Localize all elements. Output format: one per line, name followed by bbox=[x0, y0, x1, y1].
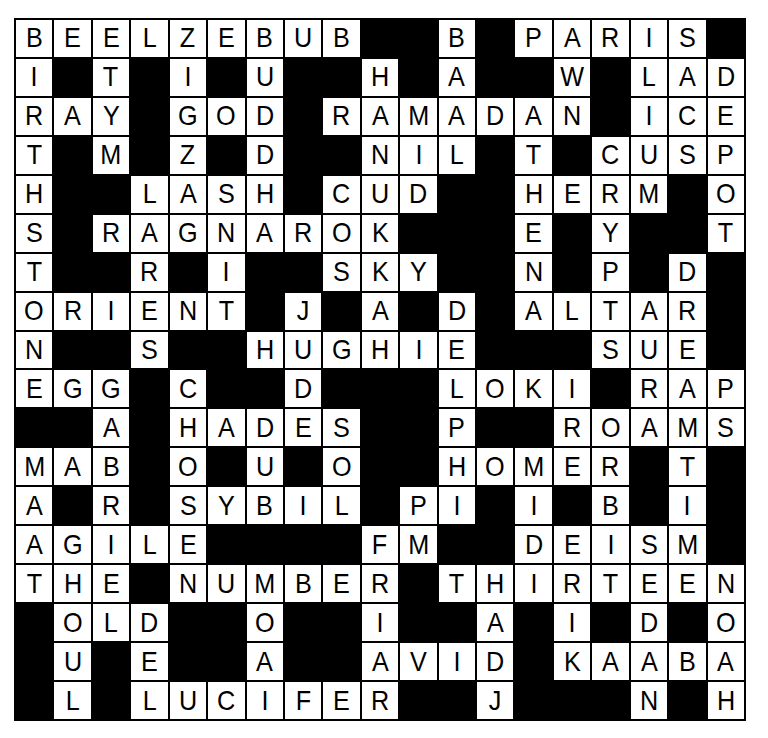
cell-r13c3[interactable]: R bbox=[93, 487, 129, 524]
cell-r3c9[interactable]: R bbox=[323, 98, 359, 135]
black-cell-r18c11 bbox=[400, 682, 436, 719]
cell-r10c2[interactable]: G bbox=[54, 370, 90, 407]
cell-r11c15[interactable]: R bbox=[554, 409, 590, 446]
cell-r2c3[interactable]: T bbox=[93, 59, 129, 96]
black-cell-r4c9 bbox=[323, 137, 359, 174]
cell-letter: E bbox=[641, 570, 658, 598]
cell-r12c12[interactable]: H bbox=[439, 448, 475, 485]
cell-r14c5[interactable]: E bbox=[170, 526, 206, 563]
cell-r17c2[interactable]: U bbox=[54, 643, 90, 680]
cell-r13c12[interactable]: I bbox=[439, 487, 475, 524]
cell-r3c1[interactable]: R bbox=[16, 98, 52, 135]
cell-r3c11[interactable]: M bbox=[400, 98, 436, 135]
cell-r7c11[interactable]: Y bbox=[400, 254, 436, 291]
cell-r17c7[interactable]: A bbox=[247, 643, 283, 680]
cell-r14c15[interactable]: E bbox=[554, 526, 590, 563]
cell-letter: B bbox=[103, 453, 120, 481]
black-cell-r2c14 bbox=[515, 59, 551, 96]
cell-r3c17[interactable]: I bbox=[631, 98, 667, 135]
cell-r12c1[interactable]: M bbox=[16, 448, 52, 485]
cell-r18c4[interactable]: L bbox=[131, 682, 167, 719]
cell-r8c6[interactable]: T bbox=[208, 293, 244, 330]
cell-r4c11[interactable]: I bbox=[400, 137, 436, 174]
cell-r3c12[interactable]: A bbox=[439, 98, 475, 135]
black-cell-r3c16 bbox=[592, 98, 628, 135]
black-cell-r7c19 bbox=[708, 254, 744, 291]
cell-letter: C bbox=[332, 180, 350, 208]
cell-r16c13[interactable]: A bbox=[477, 604, 513, 641]
cell-r13c18[interactable]: I bbox=[669, 487, 705, 524]
black-cell-r2c4 bbox=[131, 59, 167, 96]
black-cell-r11c10 bbox=[362, 409, 398, 446]
cell-r5c11[interactable]: D bbox=[400, 176, 436, 213]
cell-letter: O bbox=[216, 102, 236, 130]
cell-r6c5[interactable]: G bbox=[170, 215, 206, 252]
cell-r4c18[interactable]: S bbox=[669, 137, 705, 174]
cell-r16c19[interactable]: O bbox=[708, 604, 744, 641]
cell-letter: E bbox=[564, 531, 581, 559]
black-cell-r9c19 bbox=[708, 332, 744, 369]
cell-r6c16[interactable]: Y bbox=[592, 215, 628, 252]
cell-r13c7[interactable]: B bbox=[247, 487, 283, 524]
cell-r11c12[interactable]: P bbox=[439, 409, 475, 446]
cell-r13c16[interactable]: B bbox=[592, 487, 628, 524]
cell-r15c10[interactable]: R bbox=[362, 565, 398, 602]
cell-r10c18[interactable]: A bbox=[669, 370, 705, 407]
cell-r18c9[interactable]: E bbox=[323, 682, 359, 719]
cell-r10c14[interactable]: K bbox=[515, 370, 551, 407]
cell-letter: I bbox=[376, 609, 383, 637]
cell-r11c3[interactable]: A bbox=[93, 409, 129, 446]
cell-r6c1[interactable]: S bbox=[16, 215, 52, 252]
cell-r5c6[interactable]: S bbox=[208, 176, 244, 213]
cell-r1c15[interactable]: A bbox=[554, 20, 590, 57]
cell-r15c15[interactable]: R bbox=[554, 565, 590, 602]
cell-r7c9[interactable]: S bbox=[323, 254, 359, 291]
cell-r18c2[interactable]: L bbox=[54, 682, 90, 719]
cell-r1c16[interactable]: R bbox=[592, 20, 628, 57]
cell-r17c12[interactable]: I bbox=[439, 643, 475, 680]
black-cell-r6c17 bbox=[631, 215, 667, 252]
cell-r17c16[interactable]: A bbox=[592, 643, 628, 680]
cell-letter: E bbox=[564, 453, 581, 481]
cell-r2c19[interactable]: D bbox=[708, 59, 744, 96]
cell-r12c16[interactable]: R bbox=[592, 448, 628, 485]
black-cell-r14c19 bbox=[708, 526, 744, 563]
black-cell-r17c6 bbox=[208, 643, 244, 680]
cell-r1c8[interactable]: U bbox=[285, 20, 321, 57]
cell-r5c15[interactable]: E bbox=[554, 176, 590, 213]
cell-r14c18[interactable]: M bbox=[669, 526, 705, 563]
cell-r8c2[interactable]: R bbox=[54, 293, 90, 330]
cell-r2c12[interactable]: A bbox=[439, 59, 475, 96]
cell-r8c16[interactable]: T bbox=[592, 293, 628, 330]
cell-r13c9[interactable]: L bbox=[323, 487, 359, 524]
cell-r18c10[interactable]: R bbox=[362, 682, 398, 719]
black-cell-r16c12 bbox=[439, 604, 475, 641]
cell-r9c8[interactable]: U bbox=[285, 332, 321, 369]
cell-letter: S bbox=[26, 219, 43, 247]
cell-r18c17[interactable]: N bbox=[631, 682, 667, 719]
cell-r11c7[interactable]: D bbox=[247, 409, 283, 446]
cell-letter: L bbox=[142, 687, 156, 715]
cell-letter: S bbox=[141, 336, 158, 364]
cell-r10c12[interactable]: L bbox=[439, 370, 475, 407]
cell-letter: I bbox=[108, 531, 115, 559]
cell-r17c4[interactable]: E bbox=[131, 643, 167, 680]
cell-r7c16[interactable]: P bbox=[592, 254, 628, 291]
black-cell-r17c9 bbox=[323, 643, 359, 680]
cell-letter: O bbox=[485, 453, 505, 481]
cell-letter: H bbox=[256, 180, 274, 208]
cell-r6c6[interactable]: N bbox=[208, 215, 244, 252]
cell-r1c9[interactable]: B bbox=[323, 20, 359, 57]
black-cell-r13c19 bbox=[708, 487, 744, 524]
cell-r4c12[interactable]: L bbox=[439, 137, 475, 174]
cell-r3c5[interactable]: G bbox=[170, 98, 206, 135]
cell-letter: G bbox=[101, 375, 121, 403]
cell-r14c11[interactable]: M bbox=[400, 526, 436, 563]
cell-r2c18[interactable]: A bbox=[669, 59, 705, 96]
cell-letter: B bbox=[256, 24, 273, 52]
cell-letter: Z bbox=[180, 24, 195, 52]
cell-r9c7[interactable]: H bbox=[247, 332, 283, 369]
cell-r15c14[interactable]: I bbox=[515, 565, 551, 602]
cell-r3c15[interactable]: N bbox=[554, 98, 590, 135]
cell-r17c13[interactable]: D bbox=[477, 643, 513, 680]
cell-r4c19[interactable]: P bbox=[708, 137, 744, 174]
cell-r16c3[interactable]: L bbox=[93, 604, 129, 641]
cell-r3c19[interactable]: E bbox=[708, 98, 744, 135]
cell-r3c18[interactable]: C bbox=[669, 98, 705, 135]
cell-r13c11[interactable]: P bbox=[400, 487, 436, 524]
cell-r9c9[interactable]: G bbox=[323, 332, 359, 369]
black-cell-r14c7 bbox=[247, 526, 283, 563]
cell-r3c3[interactable]: Y bbox=[93, 98, 129, 135]
cell-r11c5[interactable]: H bbox=[170, 409, 206, 446]
cell-r1c18[interactable]: S bbox=[669, 20, 705, 57]
cell-r5c4[interactable]: L bbox=[131, 176, 167, 213]
cell-r9c11[interactable]: I bbox=[400, 332, 436, 369]
cell-r6c19[interactable]: T bbox=[708, 215, 744, 252]
cell-r4c1[interactable]: T bbox=[16, 137, 52, 174]
cell-r10c13[interactable]: O bbox=[477, 370, 513, 407]
cell-r2c1[interactable]: I bbox=[16, 59, 52, 96]
cell-r5c7[interactable]: H bbox=[247, 176, 283, 213]
cell-r8c12[interactable]: D bbox=[439, 293, 475, 330]
cell-r8c1[interactable]: O bbox=[16, 293, 52, 330]
black-cell-r9c14 bbox=[515, 332, 551, 369]
cell-r11c9[interactable]: S bbox=[323, 409, 359, 446]
cell-r5c16[interactable]: R bbox=[592, 176, 628, 213]
cell-r11c16[interactable]: O bbox=[592, 409, 628, 446]
cell-letter: N bbox=[179, 297, 197, 325]
cell-r10c3[interactable]: G bbox=[93, 370, 129, 407]
cell-r8c5[interactable]: N bbox=[170, 293, 206, 330]
cell-r14c14[interactable]: D bbox=[515, 526, 551, 563]
cell-r13c1[interactable]: A bbox=[16, 487, 52, 524]
cell-r8c10[interactable]: A bbox=[362, 293, 398, 330]
cell-r8c8[interactable]: J bbox=[285, 293, 321, 330]
cell-r18c19[interactable]: H bbox=[708, 682, 744, 719]
cell-r8c18[interactable]: R bbox=[669, 293, 705, 330]
cell-r10c17[interactable]: R bbox=[631, 370, 667, 407]
cell-letter: T bbox=[603, 297, 618, 325]
cell-r15c1[interactable]: T bbox=[16, 565, 52, 602]
cell-r14c16[interactable]: I bbox=[592, 526, 628, 563]
cell-r5c9[interactable]: C bbox=[323, 176, 359, 213]
cell-r16c2[interactable]: O bbox=[54, 604, 90, 641]
cell-r1c5[interactable]: Z bbox=[170, 20, 206, 57]
cell-r11c8[interactable]: E bbox=[285, 409, 321, 446]
cell-r6c7[interactable]: A bbox=[247, 215, 283, 252]
cell-r6c4[interactable]: A bbox=[131, 215, 167, 252]
cell-r13c14[interactable]: I bbox=[515, 487, 551, 524]
cell-r11c18[interactable]: M bbox=[669, 409, 705, 446]
cell-letter: E bbox=[26, 375, 43, 403]
cell-letter: E bbox=[679, 570, 696, 598]
cell-r17c18[interactable]: B bbox=[669, 643, 705, 680]
cell-letter: O bbox=[485, 375, 505, 403]
cell-r1c17[interactable]: I bbox=[631, 20, 667, 57]
cell-r17c11[interactable]: V bbox=[400, 643, 436, 680]
cell-r3c2[interactable]: A bbox=[54, 98, 90, 135]
cell-letter: R bbox=[371, 570, 389, 598]
cell-r12c5[interactable]: O bbox=[170, 448, 206, 485]
cell-r14c1[interactable]: A bbox=[16, 526, 52, 563]
cell-r16c4[interactable]: D bbox=[131, 604, 167, 641]
cell-r18c6[interactable]: C bbox=[208, 682, 244, 719]
cell-letter: I bbox=[530, 570, 537, 598]
cell-letter: P bbox=[717, 375, 734, 403]
cell-r10c5[interactable]: C bbox=[170, 370, 206, 407]
cell-r15c12[interactable]: T bbox=[439, 565, 475, 602]
cell-r7c10[interactable]: K bbox=[362, 254, 398, 291]
cell-r5c17[interactable]: M bbox=[631, 176, 667, 213]
cell-r16c15[interactable]: I bbox=[554, 604, 590, 641]
cell-r9c12[interactable]: E bbox=[439, 332, 475, 369]
cell-r2c10[interactable]: H bbox=[362, 59, 398, 96]
cell-letter: U bbox=[294, 336, 312, 364]
cell-r4c3[interactable]: M bbox=[93, 137, 129, 174]
cell-r17c15[interactable]: K bbox=[554, 643, 590, 680]
cell-r13c8[interactable]: I bbox=[285, 487, 321, 524]
cell-letter: N bbox=[640, 687, 658, 715]
cell-letter: G bbox=[63, 531, 83, 559]
cell-r18c8[interactable]: F bbox=[285, 682, 321, 719]
cell-r3c13[interactable]: D bbox=[477, 98, 513, 135]
cell-r12c7[interactable]: U bbox=[247, 448, 283, 485]
cell-r3c7[interactable]: D bbox=[247, 98, 283, 135]
cell-r8c17[interactable]: A bbox=[631, 293, 667, 330]
cell-r2c17[interactable]: L bbox=[631, 59, 667, 96]
cell-r6c9[interactable]: O bbox=[323, 215, 359, 252]
cell-r12c2[interactable]: A bbox=[54, 448, 90, 485]
cell-r12c13[interactable]: O bbox=[477, 448, 513, 485]
cell-r5c10[interactable]: U bbox=[362, 176, 398, 213]
cell-r17c19[interactable]: A bbox=[708, 643, 744, 680]
cell-r4c17[interactable]: U bbox=[631, 137, 667, 174]
cell-r15c2[interactable]: H bbox=[54, 565, 90, 602]
cell-r15c19[interactable]: N bbox=[708, 565, 744, 602]
cell-r16c10[interactable]: I bbox=[362, 604, 398, 641]
cell-r16c7[interactable]: O bbox=[247, 604, 283, 641]
cell-letter: A bbox=[218, 414, 235, 442]
black-cell-r16c1 bbox=[16, 604, 52, 641]
cell-r1c3[interactable]: E bbox=[93, 20, 129, 57]
cell-r4c16[interactable]: C bbox=[592, 137, 628, 174]
cell-letter: R bbox=[140, 258, 158, 286]
cell-r10c1[interactable]: E bbox=[16, 370, 52, 407]
cell-r7c18[interactable]: D bbox=[669, 254, 705, 291]
cell-r7c4[interactable]: R bbox=[131, 254, 167, 291]
cell-r11c19[interactable]: S bbox=[708, 409, 744, 446]
cell-r2c5[interactable]: I bbox=[170, 59, 206, 96]
cell-r1c2[interactable]: E bbox=[54, 20, 90, 57]
cell-r18c5[interactable]: U bbox=[170, 682, 206, 719]
cell-r4c14[interactable]: T bbox=[515, 137, 551, 174]
cell-r5c14[interactable]: H bbox=[515, 176, 551, 213]
cell-letter: H bbox=[25, 180, 43, 208]
cell-r5c1[interactable]: H bbox=[16, 176, 52, 213]
cell-r17c17[interactable]: A bbox=[631, 643, 667, 680]
cell-letter: A bbox=[256, 648, 273, 676]
cell-r15c16[interactable]: T bbox=[592, 565, 628, 602]
cell-r10c15[interactable]: I bbox=[554, 370, 590, 407]
cell-r9c1[interactable]: N bbox=[16, 332, 52, 369]
cell-r12c9[interactable]: O bbox=[323, 448, 359, 485]
cell-letter: A bbox=[256, 219, 273, 247]
cell-r4c10[interactable]: N bbox=[362, 137, 398, 174]
cell-letter: A bbox=[372, 297, 389, 325]
cell-r13c6[interactable]: Y bbox=[208, 487, 244, 524]
cell-r8c14[interactable]: A bbox=[515, 293, 551, 330]
cell-r6c10[interactable]: K bbox=[362, 215, 398, 252]
cell-r8c3[interactable]: I bbox=[93, 293, 129, 330]
black-cell-r16c6 bbox=[208, 604, 244, 641]
cell-r14c10[interactable]: F bbox=[362, 526, 398, 563]
cell-r10c19[interactable]: P bbox=[708, 370, 744, 407]
cell-letter: B bbox=[679, 648, 696, 676]
cell-r9c4[interactable]: S bbox=[131, 332, 167, 369]
cell-r7c1[interactable]: T bbox=[16, 254, 52, 291]
cell-r6c14[interactable]: E bbox=[515, 215, 551, 252]
cell-r15c9[interactable]: E bbox=[323, 565, 359, 602]
cell-letter: R bbox=[563, 570, 581, 598]
cell-letter: N bbox=[371, 141, 389, 169]
cell-r8c15[interactable]: L bbox=[554, 293, 590, 330]
black-cell-r5c18 bbox=[669, 176, 705, 213]
cell-r9c17[interactable]: U bbox=[631, 332, 667, 369]
cell-letter: O bbox=[178, 453, 198, 481]
cell-r14c4[interactable]: L bbox=[131, 526, 167, 563]
cell-letter: A bbox=[641, 414, 658, 442]
crossword-page: BEELZEBUBBPARISITIUHAWLADRAYGODRAMADANIC… bbox=[0, 0, 768, 738]
cell-r11c6[interactable]: A bbox=[208, 409, 244, 446]
cell-r12c3[interactable]: B bbox=[93, 448, 129, 485]
cell-r9c18[interactable]: E bbox=[669, 332, 705, 369]
cell-letter: L bbox=[565, 297, 579, 325]
cell-letter: E bbox=[179, 531, 196, 559]
cell-r4c5[interactable]: Z bbox=[170, 137, 206, 174]
cell-r5c5[interactable]: A bbox=[170, 176, 206, 213]
cell-r15c7[interactable]: M bbox=[247, 565, 283, 602]
cell-r15c8[interactable]: B bbox=[285, 565, 321, 602]
cell-r1c4[interactable]: L bbox=[131, 20, 167, 57]
cell-r10c8[interactable]: D bbox=[285, 370, 321, 407]
cell-r1c12[interactable]: B bbox=[439, 20, 475, 57]
cell-r2c15[interactable]: W bbox=[554, 59, 590, 96]
cell-r15c13[interactable]: H bbox=[477, 565, 513, 602]
cell-r13c5[interactable]: S bbox=[170, 487, 206, 524]
cell-letter: M bbox=[638, 180, 659, 208]
black-cell-r4c2 bbox=[54, 137, 90, 174]
cell-r9c10[interactable]: H bbox=[362, 332, 398, 369]
cell-r15c18[interactable]: E bbox=[669, 565, 705, 602]
cell-letter: I bbox=[31, 63, 38, 91]
cell-r9c16[interactable]: S bbox=[592, 332, 628, 369]
cell-r17c10[interactable]: A bbox=[362, 643, 398, 680]
cell-r12c18[interactable]: T bbox=[669, 448, 705, 485]
cell-r7c6[interactable]: I bbox=[208, 254, 244, 291]
cell-r18c7[interactable]: I bbox=[247, 682, 283, 719]
cell-r4c7[interactable]: D bbox=[247, 137, 283, 174]
cell-r1c6[interactable]: E bbox=[208, 20, 244, 57]
cell-letter: O bbox=[24, 297, 44, 325]
cell-r2c7[interactable]: U bbox=[247, 59, 283, 96]
cell-r1c7[interactable]: B bbox=[247, 20, 283, 57]
cell-r16c17[interactable]: D bbox=[631, 604, 667, 641]
cell-letter: I bbox=[607, 531, 614, 559]
cell-r18c13[interactable]: J bbox=[477, 682, 513, 719]
cell-r6c3[interactable]: R bbox=[93, 215, 129, 252]
cell-r12c15[interactable]: E bbox=[554, 448, 590, 485]
cell-r8c4[interactable]: E bbox=[131, 293, 167, 330]
cell-r6c8[interactable]: R bbox=[285, 215, 321, 252]
cell-r15c6[interactable]: U bbox=[208, 565, 244, 602]
cell-letter: I bbox=[645, 102, 652, 130]
black-cell-r6c2 bbox=[54, 215, 90, 252]
cell-letter: H bbox=[371, 63, 389, 91]
cell-r15c17[interactable]: E bbox=[631, 565, 667, 602]
cell-r14c2[interactable]: G bbox=[54, 526, 90, 563]
cell-letter: L bbox=[104, 609, 118, 637]
cell-r3c6[interactable]: O bbox=[208, 98, 244, 135]
black-cell-r7c2 bbox=[54, 254, 90, 291]
cell-r3c10[interactable]: A bbox=[362, 98, 398, 135]
cell-letter: K bbox=[564, 648, 581, 676]
cell-r3c14[interactable]: A bbox=[515, 98, 551, 135]
cell-r11c17[interactable]: A bbox=[631, 409, 667, 446]
cell-r15c3[interactable]: E bbox=[93, 565, 129, 602]
black-cell-r4c6 bbox=[208, 137, 244, 174]
black-cell-r6c15 bbox=[554, 215, 590, 252]
black-cell-r2c16 bbox=[592, 59, 628, 96]
cell-r14c17[interactable]: S bbox=[631, 526, 667, 563]
cell-letter: E bbox=[564, 180, 581, 208]
cell-r12c14[interactable]: M bbox=[515, 448, 551, 485]
cell-r14c3[interactable]: I bbox=[93, 526, 129, 563]
cell-r1c1[interactable]: B bbox=[16, 20, 52, 57]
cell-letter: R bbox=[601, 180, 619, 208]
cell-r1c14[interactable]: P bbox=[515, 20, 551, 57]
cell-r15c5[interactable]: N bbox=[170, 565, 206, 602]
cell-r7c14[interactable]: N bbox=[515, 254, 551, 291]
black-cell-r14c8 bbox=[285, 526, 321, 563]
cell-letter: M bbox=[408, 531, 429, 559]
black-cell-r7c17 bbox=[631, 254, 667, 291]
cell-r5c19[interactable]: O bbox=[708, 176, 744, 213]
